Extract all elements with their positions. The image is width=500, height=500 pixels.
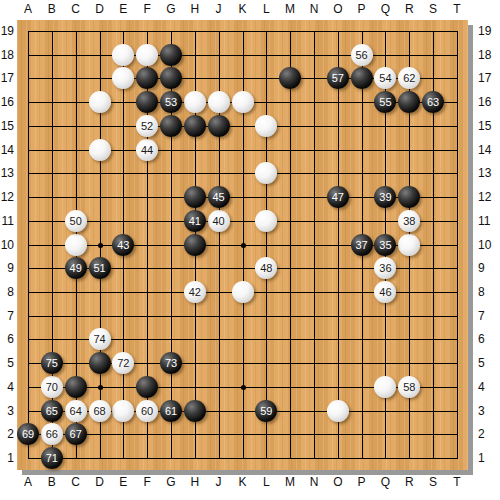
row-label-right: 17 — [478, 71, 498, 85]
stone-r4: 58 — [398, 376, 420, 398]
column-label-bottom: R — [399, 475, 419, 489]
stone-h11: 41 — [184, 210, 206, 232]
column-label-top: D — [90, 2, 110, 16]
stone-h12 — [184, 186, 206, 208]
column-label-bottom: K — [233, 475, 253, 489]
row-label-right: 6 — [478, 332, 498, 346]
stone-g16: 53 — [160, 91, 182, 113]
row-label-right: 3 — [478, 404, 498, 418]
stone-d14 — [89, 139, 111, 161]
stone-f18 — [136, 44, 158, 66]
stone-j12: 45 — [208, 186, 230, 208]
stone-h10 — [184, 234, 206, 256]
row-label-right: 9 — [478, 261, 498, 275]
column-label-bottom: B — [42, 475, 62, 489]
stone-d9: 51 — [89, 257, 111, 279]
column-label-top: J — [209, 2, 229, 16]
row-label-left: 19 — [0, 24, 14, 38]
stone-m17 — [279, 67, 301, 89]
goban[interactable]: 3536373839404142434445464748495051525354… — [17, 20, 468, 470]
grid-line-vertical — [338, 31, 339, 459]
stone-d6: 74 — [89, 328, 111, 350]
stone-c9: 49 — [65, 257, 87, 279]
stone-l9: 48 — [255, 257, 277, 279]
column-label-bottom: A — [18, 475, 38, 489]
stone-o12: 47 — [327, 186, 349, 208]
column-label-top: L — [256, 2, 276, 16]
stone-c10 — [65, 234, 87, 256]
stone-e18 — [112, 44, 134, 66]
column-label-top: S — [423, 2, 443, 16]
column-label-top: T — [447, 2, 467, 16]
stone-f15: 52 — [136, 115, 158, 137]
row-label-right: 13 — [478, 166, 498, 180]
row-label-right: 14 — [478, 143, 498, 157]
stone-q17: 54 — [374, 67, 396, 89]
column-label-top: K — [233, 2, 253, 16]
row-label-left: 6 — [0, 332, 14, 346]
grid-line-horizontal — [28, 434, 458, 435]
row-label-right: 16 — [478, 95, 498, 109]
row-label-right: 5 — [478, 356, 498, 370]
star-point — [241, 385, 246, 390]
stone-d5 — [89, 352, 111, 374]
stone-h8: 42 — [184, 281, 206, 303]
row-label-left: 7 — [0, 309, 14, 323]
row-label-right: 2 — [478, 427, 498, 441]
stone-h15 — [184, 115, 206, 137]
row-label-left: 16 — [0, 95, 14, 109]
column-label-top: A — [18, 2, 38, 16]
stone-r10 — [398, 234, 420, 256]
column-label-top: N — [304, 2, 324, 16]
grid-line-vertical — [457, 31, 458, 459]
row-label-left: 15 — [0, 119, 14, 133]
stone-k8 — [232, 281, 254, 303]
column-label-top: R — [399, 2, 419, 16]
column-label-bottom: J — [209, 475, 229, 489]
column-label-top: H — [185, 2, 205, 16]
row-label-left: 10 — [0, 238, 14, 252]
stone-q16: 55 — [374, 91, 396, 113]
stone-b3: 65 — [41, 400, 63, 422]
grid-line-vertical — [314, 31, 315, 459]
stone-f4 — [136, 376, 158, 398]
stone-g5: 73 — [160, 352, 182, 374]
stone-b4: 70 — [41, 376, 63, 398]
stone-p18: 56 — [351, 44, 373, 66]
stone-j16 — [208, 91, 230, 113]
stone-g17 — [160, 67, 182, 89]
stone-f14: 44 — [136, 139, 158, 161]
column-label-top: Q — [375, 2, 395, 16]
stone-p17 — [351, 67, 373, 89]
row-label-left: 4 — [0, 380, 14, 394]
row-label-left: 8 — [0, 285, 14, 299]
stone-r17: 62 — [398, 67, 420, 89]
column-label-bottom: T — [447, 475, 467, 489]
row-label-right: 18 — [478, 48, 498, 62]
stone-d3: 68 — [89, 400, 111, 422]
stone-q4 — [374, 376, 396, 398]
stone-r16 — [398, 91, 420, 113]
star-point — [241, 243, 246, 248]
row-label-left: 13 — [0, 166, 14, 180]
stone-e17 — [112, 67, 134, 89]
column-label-bottom: H — [185, 475, 205, 489]
column-label-bottom: L — [256, 475, 276, 489]
row-label-left: 18 — [0, 48, 14, 62]
stone-e5: 72 — [112, 352, 134, 374]
grid-line-vertical — [266, 31, 267, 459]
stone-r11: 38 — [398, 210, 420, 232]
stone-g3: 61 — [160, 400, 182, 422]
stone-c4 — [65, 376, 87, 398]
grid-line-vertical — [290, 31, 291, 459]
row-label-right: 15 — [478, 119, 498, 133]
column-label-top: F — [137, 2, 157, 16]
column-label-top: E — [113, 2, 133, 16]
grid-line-horizontal — [28, 316, 458, 317]
stone-l13 — [255, 162, 277, 184]
column-label-bottom: G — [161, 475, 181, 489]
stone-q12: 39 — [374, 186, 396, 208]
stone-b1: 71 — [41, 447, 63, 469]
stone-h3 — [184, 400, 206, 422]
stone-f3: 60 — [136, 400, 158, 422]
stone-e3 — [112, 400, 134, 422]
column-label-bottom: C — [66, 475, 86, 489]
stone-b2: 66 — [41, 423, 63, 445]
row-label-right: 1 — [478, 451, 498, 465]
stone-c11: 50 — [65, 210, 87, 232]
column-label-top: C — [66, 2, 86, 16]
grid-line-horizontal — [28, 458, 458, 459]
row-label-right: 4 — [478, 380, 498, 394]
stone-l3: 59 — [255, 400, 277, 422]
stone-c3: 64 — [65, 400, 87, 422]
stone-p10: 37 — [351, 234, 373, 256]
row-label-left: 11 — [0, 214, 14, 228]
stone-q9: 36 — [374, 257, 396, 279]
row-label-left: 3 — [0, 404, 14, 418]
star-point — [98, 385, 103, 390]
row-label-left: 1 — [0, 451, 14, 465]
row-label-right: 8 — [478, 285, 498, 299]
column-label-bottom: M — [280, 475, 300, 489]
stone-b5: 75 — [41, 352, 63, 374]
go-diagram-screen: 3536373839404142434445464748495051525354… — [0, 0, 500, 500]
stone-k16 — [232, 91, 254, 113]
row-label-right: 12 — [478, 190, 498, 204]
stone-a2: 69 — [17, 423, 39, 445]
stone-f16 — [136, 91, 158, 113]
column-label-top: G — [161, 2, 181, 16]
column-label-top: M — [280, 2, 300, 16]
column-label-bottom: S — [423, 475, 443, 489]
stone-h16 — [184, 91, 206, 113]
row-label-right: 7 — [478, 309, 498, 323]
column-label-top: P — [352, 2, 372, 16]
stone-q8: 46 — [374, 281, 396, 303]
stone-e10: 43 — [112, 234, 134, 256]
column-label-bottom: F — [137, 475, 157, 489]
row-label-right: 11 — [478, 214, 498, 228]
column-label-bottom: O — [328, 475, 348, 489]
row-label-left: 12 — [0, 190, 14, 204]
row-label-left: 9 — [0, 261, 14, 275]
stone-g15 — [160, 115, 182, 137]
column-label-bottom: N — [304, 475, 324, 489]
row-label-left: 17 — [0, 71, 14, 85]
column-label-top: B — [42, 2, 62, 16]
stone-c2: 67 — [65, 423, 87, 445]
column-label-bottom: P — [352, 475, 372, 489]
stone-g18 — [160, 44, 182, 66]
stone-j15 — [208, 115, 230, 137]
stone-f17 — [136, 67, 158, 89]
stone-o17: 57 — [327, 67, 349, 89]
stone-l11 — [255, 210, 277, 232]
row-label-left: 2 — [0, 427, 14, 441]
column-label-top: O — [328, 2, 348, 16]
stone-d16 — [89, 91, 111, 113]
column-label-bottom: Q — [375, 475, 395, 489]
stone-q10: 35 — [374, 234, 396, 256]
stone-s16: 63 — [422, 91, 444, 113]
stone-r12 — [398, 186, 420, 208]
stone-j11: 40 — [208, 210, 230, 232]
column-label-bottom: D — [90, 475, 110, 489]
row-label-right: 10 — [478, 238, 498, 252]
row-label-left: 14 — [0, 143, 14, 157]
row-label-right: 19 — [478, 24, 498, 38]
stone-o3 — [327, 400, 349, 422]
row-label-left: 5 — [0, 356, 14, 370]
star-point — [98, 243, 103, 248]
column-label-bottom: E — [113, 475, 133, 489]
stone-l15 — [255, 115, 277, 137]
